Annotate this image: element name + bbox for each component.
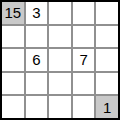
cell-r4c2[interactable] <box>49 96 71 118</box>
cell-r3c4[interactable] <box>96 73 118 95</box>
cell-r3c2[interactable] <box>49 73 71 95</box>
cell-r4c4[interactable]: 1 <box>96 96 118 118</box>
cell-r1c0[interactable] <box>2 26 24 48</box>
cell-r1c2[interactable] <box>49 26 71 48</box>
cell-r2c4[interactable] <box>96 49 118 71</box>
cell-r0c4[interactable] <box>96 2 118 24</box>
cell-r1c3[interactable] <box>73 26 95 48</box>
cell-r4c1[interactable] <box>26 96 48 118</box>
cell-r3c0[interactable] <box>2 73 24 95</box>
cell-r0c1[interactable]: 3 <box>26 2 48 24</box>
cell-r1c4[interactable] <box>96 26 118 48</box>
cell-r3c1[interactable] <box>26 73 48 95</box>
cell-r3c3[interactable] <box>73 73 95 95</box>
cell-r0c0[interactable]: 15 <box>2 2 24 24</box>
cell-r2c0[interactable] <box>2 49 24 71</box>
cell-r1c1[interactable] <box>26 26 48 48</box>
cell-r2c2[interactable] <box>49 49 71 71</box>
cell-r0c3[interactable] <box>73 2 95 24</box>
cell-r2c1[interactable]: 6 <box>26 49 48 71</box>
cell-r4c3[interactable] <box>73 96 95 118</box>
puzzle-board: 153671 <box>0 0 120 120</box>
cell-r4c0[interactable] <box>2 96 24 118</box>
cell-r2c3[interactable]: 7 <box>73 49 95 71</box>
cell-r0c2[interactable] <box>49 2 71 24</box>
